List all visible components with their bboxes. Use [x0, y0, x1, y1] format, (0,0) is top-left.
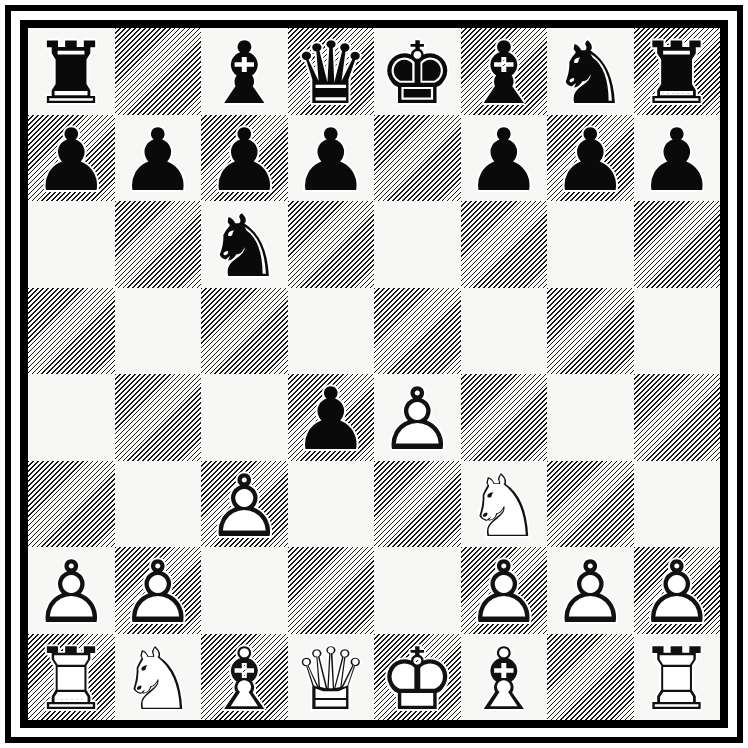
square-h8[interactable]: ♜ [634, 28, 721, 115]
board-outer-frame: ♜♝♛♚♝♞♜♟♟♟♟♟♟♟♞♟♟♙♟♙♞♘♟♙♟♙♟♙♟♙♟♙♜♖♞♘♝♗♛♕… [5, 5, 743, 743]
square-f2[interactable]: ♟♙ [461, 547, 548, 634]
square-c2[interactable] [201, 547, 288, 634]
piece-black-rook: ♜ [28, 30, 115, 117]
diagram-page: ♜♝♛♚♝♞♜♟♟♟♟♟♟♟♞♟♟♙♟♙♞♘♟♙♟♙♟♙♟♙♟♙♜♖♞♘♝♗♛♕… [0, 0, 748, 748]
piece-black-pawn: ♟ [201, 117, 288, 204]
piece-black-queen: ♛ [288, 30, 375, 117]
piece-black-pawn: ♟ [28, 117, 115, 204]
piece-black-knight: ♞ [547, 30, 634, 117]
piece-black-pawn: ♟ [634, 117, 721, 204]
chess-board: ♜♝♛♚♝♞♜♟♟♟♟♟♟♟♞♟♟♙♟♙♞♘♟♙♟♙♟♙♟♙♟♙♜♖♞♘♝♗♛♕… [28, 28, 720, 720]
square-a2[interactable]: ♟♙ [28, 547, 115, 634]
piece-black-knight: ♞ [201, 203, 288, 290]
square-c6[interactable]: ♞ [201, 201, 288, 288]
square-b7[interactable]: ♟ [115, 115, 202, 202]
square-e3[interactable] [374, 461, 461, 548]
square-d6[interactable] [288, 201, 375, 288]
square-g7[interactable]: ♟ [547, 115, 634, 202]
square-d2[interactable] [288, 547, 375, 634]
square-a1[interactable]: ♜♖ [28, 634, 115, 721]
piece-white-pawn: ♙ [634, 549, 721, 636]
square-g8[interactable]: ♞ [547, 28, 634, 115]
square-e2[interactable] [374, 547, 461, 634]
square-g6[interactable] [547, 201, 634, 288]
piece-white-pawn: ♙ [115, 549, 202, 636]
square-e1[interactable]: ♚♔ [374, 634, 461, 721]
piece-white-bishop: ♗ [461, 636, 548, 723]
square-a7[interactable]: ♟ [28, 115, 115, 202]
square-d1[interactable]: ♛♕ [288, 634, 375, 721]
square-b8[interactable] [115, 28, 202, 115]
square-g2[interactable]: ♟♙ [547, 547, 634, 634]
square-h3[interactable] [634, 461, 721, 548]
board-inner-frame: ♜♝♛♚♝♞♜♟♟♟♟♟♟♟♞♟♟♙♟♙♞♘♟♙♟♙♟♙♟♙♟♙♜♖♞♘♝♗♛♕… [20, 20, 728, 728]
piece-black-pawn: ♟ [288, 117, 375, 204]
piece-black-pawn: ♟ [288, 376, 375, 463]
square-f4[interactable] [461, 374, 548, 461]
square-d5[interactable] [288, 288, 375, 375]
square-a8[interactable]: ♜ [28, 28, 115, 115]
piece-black-rook: ♜ [634, 30, 721, 117]
square-f5[interactable] [461, 288, 548, 375]
square-h6[interactable] [634, 201, 721, 288]
square-d4[interactable]: ♟ [288, 374, 375, 461]
square-e7[interactable] [374, 115, 461, 202]
square-f1[interactable]: ♝♗ [461, 634, 548, 721]
square-d8[interactable]: ♛ [288, 28, 375, 115]
square-c4[interactable] [201, 374, 288, 461]
piece-black-bishop: ♝ [201, 30, 288, 117]
piece-white-knight: ♘ [461, 463, 548, 550]
square-e5[interactable] [374, 288, 461, 375]
square-b4[interactable] [115, 374, 202, 461]
square-f8[interactable]: ♝ [461, 28, 548, 115]
square-c5[interactable] [201, 288, 288, 375]
piece-white-pawn: ♙ [28, 549, 115, 636]
square-c3[interactable]: ♟♙ [201, 461, 288, 548]
square-h7[interactable]: ♟ [634, 115, 721, 202]
square-b2[interactable]: ♟♙ [115, 547, 202, 634]
square-d7[interactable]: ♟ [288, 115, 375, 202]
square-g4[interactable] [547, 374, 634, 461]
piece-white-rook: ♖ [634, 636, 721, 723]
square-g5[interactable] [547, 288, 634, 375]
square-h5[interactable] [634, 288, 721, 375]
square-a3[interactable] [28, 461, 115, 548]
piece-white-king: ♔ [374, 636, 461, 723]
piece-white-pawn: ♙ [547, 549, 634, 636]
piece-white-queen: ♕ [288, 636, 375, 723]
square-a4[interactable] [28, 374, 115, 461]
square-h2[interactable]: ♟♙ [634, 547, 721, 634]
piece-black-pawn: ♟ [461, 117, 548, 204]
square-b6[interactable] [115, 201, 202, 288]
piece-white-bishop: ♗ [201, 636, 288, 723]
square-d3[interactable] [288, 461, 375, 548]
piece-white-rook: ♖ [28, 636, 115, 723]
square-c7[interactable]: ♟ [201, 115, 288, 202]
piece-black-king: ♚ [374, 30, 461, 117]
square-b5[interactable] [115, 288, 202, 375]
square-b1[interactable]: ♞♘ [115, 634, 202, 721]
square-c8[interactable]: ♝ [201, 28, 288, 115]
square-b3[interactable] [115, 461, 202, 548]
piece-white-pawn: ♙ [201, 463, 288, 550]
square-f7[interactable]: ♟ [461, 115, 548, 202]
square-e8[interactable]: ♚ [374, 28, 461, 115]
piece-black-bishop: ♝ [461, 30, 548, 117]
piece-white-knight: ♘ [115, 636, 202, 723]
square-c1[interactable]: ♝♗ [201, 634, 288, 721]
square-h4[interactable] [634, 374, 721, 461]
piece-black-pawn: ♟ [547, 117, 634, 204]
square-g1[interactable] [547, 634, 634, 721]
square-f3[interactable]: ♞♘ [461, 461, 548, 548]
piece-white-pawn: ♙ [374, 376, 461, 463]
square-f6[interactable] [461, 201, 548, 288]
piece-white-pawn: ♙ [461, 549, 548, 636]
square-a5[interactable] [28, 288, 115, 375]
piece-black-pawn: ♟ [115, 117, 202, 204]
square-g3[interactable] [547, 461, 634, 548]
square-a6[interactable] [28, 201, 115, 288]
square-e6[interactable] [374, 201, 461, 288]
square-h1[interactable]: ♜♖ [634, 634, 721, 721]
square-e4[interactable]: ♟♙ [374, 374, 461, 461]
